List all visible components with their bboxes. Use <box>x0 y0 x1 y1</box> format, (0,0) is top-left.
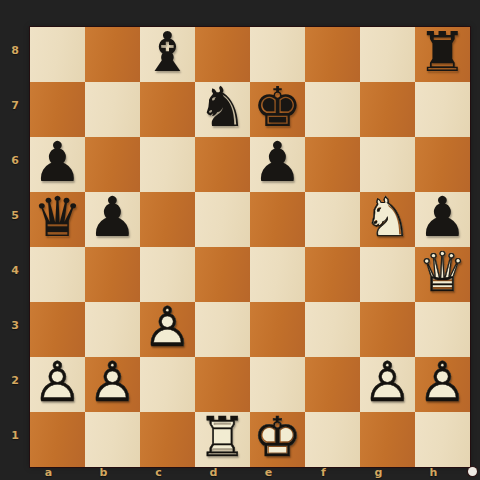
square-b7[interactable] <box>85 82 140 137</box>
rank-label-3: 3 <box>0 298 30 353</box>
square-a1[interactable] <box>30 412 85 467</box>
square-b2[interactable]: ♟♙ <box>85 357 140 412</box>
square-b8[interactable] <box>85 27 140 82</box>
square-c7[interactable] <box>140 82 195 137</box>
file-label-d: d <box>186 466 241 480</box>
square-f8[interactable] <box>305 27 360 82</box>
file-label-g: g <box>351 466 406 480</box>
square-h5[interactable]: ♟ <box>415 192 470 247</box>
square-h3[interactable] <box>415 302 470 357</box>
square-g6[interactable] <box>360 137 415 192</box>
square-g5[interactable]: ♞♘ <box>360 192 415 247</box>
white-pawn-outline-icon: ♙ <box>85 355 140 410</box>
rank-label-8: 8 <box>0 23 30 78</box>
square-d8[interactable] <box>195 27 250 82</box>
square-g1[interactable] <box>360 412 415 467</box>
white-queen-outline-icon: ♕ <box>415 245 470 300</box>
piece-black-knight-d7[interactable]: ♞ <box>195 80 250 135</box>
rank-label-5: 5 <box>0 188 30 243</box>
square-e1[interactable]: ♚♔ <box>250 412 305 467</box>
square-g8[interactable] <box>360 27 415 82</box>
file-label-a: a <box>21 466 76 480</box>
square-d7[interactable]: ♞ <box>195 82 250 137</box>
square-a6[interactable]: ♟ <box>30 137 85 192</box>
square-b6[interactable] <box>85 137 140 192</box>
square-f4[interactable] <box>305 247 360 302</box>
white-pawn-outline-icon: ♙ <box>140 300 195 355</box>
square-a4[interactable] <box>30 247 85 302</box>
square-d4[interactable] <box>195 247 250 302</box>
white-pawn-outline-icon: ♙ <box>30 355 85 410</box>
square-f2[interactable] <box>305 357 360 412</box>
square-g7[interactable] <box>360 82 415 137</box>
piece-black-pawn-a6[interactable]: ♟ <box>30 135 85 190</box>
square-e3[interactable] <box>250 302 305 357</box>
square-d2[interactable] <box>195 357 250 412</box>
square-e2[interactable] <box>250 357 305 412</box>
square-c4[interactable] <box>140 247 195 302</box>
square-a7[interactable] <box>30 82 85 137</box>
square-e8[interactable] <box>250 27 305 82</box>
piece-black-pawn-b5[interactable]: ♟ <box>85 190 140 245</box>
white-pawn-outline-icon: ♙ <box>415 355 470 410</box>
square-h8[interactable]: ♜ <box>415 27 470 82</box>
white-knight-outline-icon: ♘ <box>360 190 415 245</box>
white-to-move-indicator <box>468 467 477 476</box>
square-g4[interactable] <box>360 247 415 302</box>
square-d6[interactable] <box>195 137 250 192</box>
square-f6[interactable] <box>305 137 360 192</box>
chess-board-frame: ♝♜♞♚♟♟♛♟♞♘♟♛♕♟♙♟♙♟♙♟♙♟♙♜♖♚♔ 87654321 abc… <box>0 0 480 480</box>
square-c2[interactable] <box>140 357 195 412</box>
square-c3[interactable]: ♟♙ <box>140 302 195 357</box>
piece-black-bishop-c8[interactable]: ♝ <box>140 25 195 80</box>
square-d3[interactable] <box>195 302 250 357</box>
square-a2[interactable]: ♟♙ <box>30 357 85 412</box>
square-c6[interactable] <box>140 137 195 192</box>
rank-label-6: 6 <box>0 133 30 188</box>
square-g2[interactable]: ♟♙ <box>360 357 415 412</box>
square-d5[interactable] <box>195 192 250 247</box>
square-h4[interactable]: ♛♕ <box>415 247 470 302</box>
square-c8[interactable]: ♝ <box>140 27 195 82</box>
rank-label-2: 2 <box>0 353 30 408</box>
white-king-outline-icon: ♔ <box>250 410 305 465</box>
square-a5[interactable]: ♛ <box>30 192 85 247</box>
white-rook-outline-icon: ♖ <box>195 410 250 465</box>
file-label-b: b <box>76 466 131 480</box>
square-h7[interactable] <box>415 82 470 137</box>
square-f7[interactable] <box>305 82 360 137</box>
piece-black-pawn-h5[interactable]: ♟ <box>415 190 470 245</box>
square-b5[interactable]: ♟ <box>85 192 140 247</box>
square-f1[interactable] <box>305 412 360 467</box>
square-h1[interactable] <box>415 412 470 467</box>
square-f5[interactable] <box>305 192 360 247</box>
square-b1[interactable] <box>85 412 140 467</box>
square-b3[interactable] <box>85 302 140 357</box>
square-b4[interactable] <box>85 247 140 302</box>
file-label-e: e <box>241 466 296 480</box>
piece-black-pawn-e6[interactable]: ♟ <box>250 135 305 190</box>
square-c1[interactable] <box>140 412 195 467</box>
file-label-c: c <box>131 466 186 480</box>
piece-black-queen-a5[interactable]: ♛ <box>30 190 85 245</box>
square-g3[interactable] <box>360 302 415 357</box>
chess-board: ♝♜♞♚♟♟♛♟♞♘♟♛♕♟♙♟♙♟♙♟♙♟♙♜♖♚♔ <box>30 27 470 467</box>
square-c5[interactable] <box>140 192 195 247</box>
square-f3[interactable] <box>305 302 360 357</box>
file-label-h: h <box>406 466 461 480</box>
piece-black-king-e7[interactable]: ♚ <box>250 80 305 135</box>
file-label-f: f <box>296 466 351 480</box>
square-d1[interactable]: ♜♖ <box>195 412 250 467</box>
square-a3[interactable] <box>30 302 85 357</box>
square-e6[interactable]: ♟ <box>250 137 305 192</box>
square-h6[interactable] <box>415 137 470 192</box>
square-a8[interactable] <box>30 27 85 82</box>
piece-black-rook-h8[interactable]: ♜ <box>415 25 470 80</box>
square-e7[interactable]: ♚ <box>250 82 305 137</box>
square-h2[interactable]: ♟♙ <box>415 357 470 412</box>
rank-label-4: 4 <box>0 243 30 298</box>
rank-label-1: 1 <box>0 408 30 463</box>
rank-label-7: 7 <box>0 78 30 133</box>
white-pawn-outline-icon: ♙ <box>360 355 415 410</box>
square-e4[interactable] <box>250 247 305 302</box>
square-e5[interactable] <box>250 192 305 247</box>
